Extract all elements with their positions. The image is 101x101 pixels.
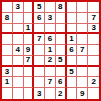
cell-r6c4[interactable]	[34, 56, 45, 67]
cell-r1c1[interactable]	[2, 2, 13, 13]
cell-r1c3[interactable]	[24, 2, 35, 13]
cell-r5c2[interactable]: 4	[13, 45, 24, 56]
cell-r9c5[interactable]	[45, 88, 56, 99]
cell-r3c2[interactable]	[13, 24, 24, 35]
cell-r2c1[interactable]: 8	[2, 13, 13, 24]
cell-r2c6[interactable]	[56, 13, 67, 24]
cell-r4c1[interactable]	[2, 34, 13, 45]
cell-r9c9[interactable]	[88, 88, 99, 99]
cell-r7c9[interactable]	[88, 67, 99, 78]
cell-r1c5[interactable]	[45, 2, 56, 13]
cell-r9c2[interactable]	[13, 88, 24, 99]
cell-r8c7[interactable]	[67, 77, 78, 88]
cell-r8c8[interactable]	[77, 77, 88, 88]
cell-r9c4[interactable]: 3	[34, 88, 45, 99]
cell-r1c8[interactable]	[77, 2, 88, 13]
cell-r3c1[interactable]	[2, 24, 13, 35]
cell-r5c1[interactable]	[2, 45, 13, 56]
cell-r7c6[interactable]	[56, 67, 67, 78]
cell-r5c9[interactable]	[88, 45, 99, 56]
cell-r4c4[interactable]: 7	[34, 34, 45, 45]
cell-r4c8[interactable]	[77, 34, 88, 45]
cell-r2c3[interactable]	[24, 13, 35, 24]
cell-r4c3[interactable]	[24, 34, 35, 45]
cell-r5c3[interactable]: 9	[24, 45, 35, 56]
cell-r9c3[interactable]	[24, 88, 35, 99]
cell-r1c9[interactable]	[88, 2, 99, 13]
cell-r5c5[interactable]: 1	[45, 45, 56, 56]
cell-r4c5[interactable]: 6	[45, 34, 56, 45]
cell-r1c4[interactable]: 5	[34, 2, 45, 13]
cell-r5c8[interactable]: 7	[77, 45, 88, 56]
cell-r7c8[interactable]	[77, 67, 88, 78]
cell-r8c3[interactable]	[24, 77, 35, 88]
cell-r9c6[interactable]: 2	[56, 88, 67, 99]
cell-r2c8[interactable]	[77, 13, 88, 24]
cell-r6c3[interactable]: 7	[24, 56, 35, 67]
cell-r7c7[interactable]: 5	[67, 67, 78, 78]
cell-r8c2[interactable]	[13, 77, 24, 88]
cell-r9c1[interactable]	[2, 88, 13, 99]
cell-r4c2[interactable]	[13, 34, 24, 45]
cell-r1c7[interactable]	[67, 2, 78, 13]
cell-r8c4[interactable]	[34, 77, 45, 88]
cell-r2c4[interactable]: 6	[34, 13, 45, 24]
sudoku-board: 35886371376149167725351762329	[0, 0, 101, 101]
cell-r5c6[interactable]	[56, 45, 67, 56]
cell-r2c5[interactable]: 3	[45, 13, 56, 24]
cell-r6c8[interactable]	[77, 56, 88, 67]
cell-r6c7[interactable]	[67, 56, 78, 67]
cell-r8c5[interactable]: 7	[45, 77, 56, 88]
cell-r3c5[interactable]	[45, 24, 56, 35]
cell-r2c7[interactable]	[67, 13, 78, 24]
cell-r5c7[interactable]: 6	[67, 45, 78, 56]
cell-r4c6[interactable]	[56, 34, 67, 45]
cell-r3c6[interactable]	[56, 24, 67, 35]
cell-r1c2[interactable]: 3	[13, 2, 24, 13]
cell-r9c8[interactable]: 9	[77, 88, 88, 99]
cell-r6c2[interactable]	[13, 56, 24, 67]
cell-r8c6[interactable]: 6	[56, 77, 67, 88]
cell-r6c9[interactable]	[88, 56, 99, 67]
cell-r3c7[interactable]	[67, 24, 78, 35]
cell-r7c5[interactable]	[45, 67, 56, 78]
cell-r4c9[interactable]	[88, 34, 99, 45]
cell-r3c4[interactable]	[34, 24, 45, 35]
cell-r2c9[interactable]: 7	[88, 13, 99, 24]
cell-r4c7[interactable]: 1	[67, 34, 78, 45]
cell-r3c9[interactable]: 3	[88, 24, 99, 35]
cell-r6c5[interactable]: 2	[45, 56, 56, 67]
cell-r6c6[interactable]: 5	[56, 56, 67, 67]
cell-r3c8[interactable]	[77, 24, 88, 35]
cell-r2c2[interactable]	[13, 13, 24, 24]
cell-r3c3[interactable]: 1	[24, 24, 35, 35]
cell-r7c3[interactable]	[24, 67, 35, 78]
cell-r1c6[interactable]: 8	[56, 2, 67, 13]
cell-r6c1[interactable]	[2, 56, 13, 67]
cell-r5c4[interactable]	[34, 45, 45, 56]
cell-r8c1[interactable]: 1	[2, 77, 13, 88]
cell-r7c2[interactable]	[13, 67, 24, 78]
cell-r7c1[interactable]: 3	[2, 67, 13, 78]
cell-r9c7[interactable]	[67, 88, 78, 99]
cell-r7c4[interactable]	[34, 67, 45, 78]
cell-r8c9[interactable]: 2	[88, 77, 99, 88]
